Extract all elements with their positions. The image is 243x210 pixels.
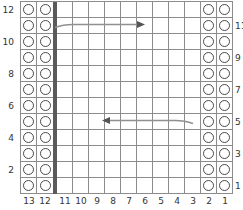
cell-c2-r6 xyxy=(201,98,217,114)
circle-symbol-icon xyxy=(23,132,34,143)
cell-c13-r5 xyxy=(21,114,37,130)
cell-c7-r6 xyxy=(121,98,137,114)
cell-c1-r7 xyxy=(217,82,233,98)
cell-c1-r6 xyxy=(217,98,233,114)
cell-c7-r1 xyxy=(121,178,137,194)
cell-c8-r3 xyxy=(105,146,121,162)
cell-c8-r4 xyxy=(105,130,121,146)
cell-c1-r4 xyxy=(217,130,233,146)
cell-c9-r5 xyxy=(89,114,105,130)
cell-c10-r9 xyxy=(73,50,89,66)
cell-c9-r3 xyxy=(89,146,105,162)
cell-c4-r7 xyxy=(169,82,185,98)
row-label-3: 3 xyxy=(235,146,243,162)
circle-symbol-icon xyxy=(23,20,34,31)
circle-symbol-icon xyxy=(203,52,214,63)
cell-c9-r6 xyxy=(89,98,105,114)
cell-c12-r10 xyxy=(37,34,53,50)
circle-symbol-icon xyxy=(40,116,51,127)
circle-symbol-icon xyxy=(23,68,34,79)
cell-c13-r3 xyxy=(21,146,37,162)
cell-c8-r11 xyxy=(105,18,121,34)
circle-symbol-icon xyxy=(219,52,230,63)
circle-symbol-icon xyxy=(40,148,51,159)
circle-symbol-icon xyxy=(23,148,34,159)
cell-c12-r4 xyxy=(37,130,53,146)
cell-c2-r1 xyxy=(201,178,217,194)
cell-c8-r8 xyxy=(105,66,121,82)
circle-symbol-icon xyxy=(40,36,51,47)
cell-c7-r2 xyxy=(121,162,137,178)
circle-symbol-icon xyxy=(219,180,230,191)
circle-symbol-icon xyxy=(203,116,214,127)
column-label-12: 12 xyxy=(36,195,54,208)
cell-c2-r4 xyxy=(201,130,217,146)
circle-symbol-icon xyxy=(23,116,34,127)
circle-symbol-icon xyxy=(203,180,214,191)
row-label-8: 8 xyxy=(0,66,14,82)
row-label-7: 7 xyxy=(235,82,243,98)
cell-c13-r12 xyxy=(21,2,37,18)
cell-c10-r4 xyxy=(73,130,89,146)
chart-grid xyxy=(20,1,233,194)
cell-c5-r4 xyxy=(153,130,169,146)
cell-c9-r9 xyxy=(89,50,105,66)
circle-symbol-icon xyxy=(219,68,230,79)
cell-c11-r7 xyxy=(57,82,73,98)
cell-c5-r12 xyxy=(153,2,169,18)
circle-symbol-icon xyxy=(219,164,230,175)
cell-c9-r7 xyxy=(89,82,105,98)
cell-c8-r10 xyxy=(105,34,121,50)
row-label-12: 12 xyxy=(0,2,14,18)
cell-c5-r5 xyxy=(153,114,169,130)
cell-c10-r1 xyxy=(73,178,89,194)
column-label-1: 1 xyxy=(216,195,234,208)
circle-symbol-icon xyxy=(219,116,230,127)
cell-c4-r4 xyxy=(169,130,185,146)
knitting-chart: 12108642119753113121110987654321 xyxy=(0,0,243,210)
cell-c10-r2 xyxy=(73,162,89,178)
cell-c8-r12 xyxy=(105,2,121,18)
cell-c7-r7 xyxy=(121,82,137,98)
cell-c7-r11 xyxy=(121,18,137,34)
cell-c1-r8 xyxy=(217,66,233,82)
cell-c13-r9 xyxy=(21,50,37,66)
cell-c3-r5 xyxy=(185,114,201,130)
cell-c3-r12 xyxy=(185,2,201,18)
cell-c2-r12 xyxy=(201,2,217,18)
row-label-5: 5 xyxy=(235,114,243,130)
cell-c13-r10 xyxy=(21,34,37,50)
cell-c13-r7 xyxy=(21,82,37,98)
circle-symbol-icon xyxy=(23,52,34,63)
cell-c1-r12 xyxy=(217,2,233,18)
circle-symbol-icon xyxy=(203,100,214,111)
cell-c12-r1 xyxy=(37,178,53,194)
cell-c1-r2 xyxy=(217,162,233,178)
cell-c8-r1 xyxy=(105,178,121,194)
circle-symbol-icon xyxy=(219,4,230,15)
cell-c1-r3 xyxy=(217,146,233,162)
cell-c2-r9 xyxy=(201,50,217,66)
cell-c12-r9 xyxy=(37,50,53,66)
cell-c4-r10 xyxy=(169,34,185,50)
circle-symbol-icon xyxy=(219,36,230,47)
cell-c4-r8 xyxy=(169,66,185,82)
circle-symbol-icon xyxy=(23,36,34,47)
cell-c4-r9 xyxy=(169,50,185,66)
circle-symbol-icon xyxy=(23,84,34,95)
cell-c9-r4 xyxy=(89,130,105,146)
cell-c12-r2 xyxy=(37,162,53,178)
circle-symbol-icon xyxy=(23,4,34,15)
cell-c3-r11 xyxy=(185,18,201,34)
cell-c5-r6 xyxy=(153,98,169,114)
circle-symbol-icon xyxy=(203,36,214,47)
cell-c13-r6 xyxy=(21,98,37,114)
circle-symbol-icon xyxy=(203,164,214,175)
row-label-11: 11 xyxy=(235,18,243,34)
cell-c11-r6 xyxy=(57,98,73,114)
row-label-10: 10 xyxy=(0,34,14,50)
cell-c6-r2 xyxy=(137,162,153,178)
cell-c9-r11 xyxy=(89,18,105,34)
cell-c10-r7 xyxy=(73,82,89,98)
cell-c4-r11 xyxy=(169,18,185,34)
cell-c10-r6 xyxy=(73,98,89,114)
cell-c6-r1 xyxy=(137,178,153,194)
cell-c7-r4 xyxy=(121,130,137,146)
cell-c4-r2 xyxy=(169,162,185,178)
cell-c6-r12 xyxy=(137,2,153,18)
cell-c3-r7 xyxy=(185,82,201,98)
cell-c3-r4 xyxy=(185,130,201,146)
circle-symbol-icon xyxy=(40,180,51,191)
cell-c13-r4 xyxy=(21,130,37,146)
cell-c6-r4 xyxy=(137,130,153,146)
cell-c5-r11 xyxy=(153,18,169,34)
cell-c7-r9 xyxy=(121,50,137,66)
circle-symbol-icon xyxy=(40,4,51,15)
cell-c1-r1 xyxy=(217,178,233,194)
cell-c13-r8 xyxy=(21,66,37,82)
cell-c7-r10 xyxy=(121,34,137,50)
cell-c12-r12 xyxy=(37,2,53,18)
cell-c12-r6 xyxy=(37,98,53,114)
row-label-4: 4 xyxy=(0,130,14,146)
cell-c7-r5 xyxy=(121,114,137,130)
cell-c12-r11 xyxy=(37,18,53,34)
cell-c12-r3 xyxy=(37,146,53,162)
cell-c10-r3 xyxy=(73,146,89,162)
cell-c6-r8 xyxy=(137,66,153,82)
cell-c11-r8 xyxy=(57,66,73,82)
cell-c9-r1 xyxy=(89,178,105,194)
cell-c5-r7 xyxy=(153,82,169,98)
circle-symbol-icon xyxy=(203,20,214,31)
circle-symbol-icon xyxy=(219,84,230,95)
cell-c2-r8 xyxy=(201,66,217,82)
cell-c4-r12 xyxy=(169,2,185,18)
circle-symbol-icon xyxy=(203,132,214,143)
cell-c11-r3 xyxy=(57,146,73,162)
cell-c2-r2 xyxy=(201,162,217,178)
circle-symbol-icon xyxy=(40,164,51,175)
circle-symbol-icon xyxy=(219,100,230,111)
circle-symbol-icon xyxy=(40,20,51,31)
cell-c6-r11 xyxy=(137,18,153,34)
cell-c2-r3 xyxy=(201,146,217,162)
cell-c10-r12 xyxy=(73,2,89,18)
cell-c10-r8 xyxy=(73,66,89,82)
cell-c13-r11 xyxy=(21,18,37,34)
cell-c9-r2 xyxy=(89,162,105,178)
cell-c2-r11 xyxy=(201,18,217,34)
cell-c3-r10 xyxy=(185,34,201,50)
cell-c11-r1 xyxy=(57,178,73,194)
cell-c9-r12 xyxy=(89,2,105,18)
circle-symbol-icon xyxy=(40,100,51,111)
cell-c12-r5 xyxy=(37,114,53,130)
cell-c8-r9 xyxy=(105,50,121,66)
circle-symbol-icon xyxy=(219,148,230,159)
cell-c7-r3 xyxy=(121,146,137,162)
circle-symbol-icon xyxy=(203,68,214,79)
circle-symbol-icon xyxy=(219,132,230,143)
cell-c4-r1 xyxy=(169,178,185,194)
circle-symbol-icon xyxy=(23,100,34,111)
row-label-2: 2 xyxy=(0,162,14,178)
cell-c5-r8 xyxy=(153,66,169,82)
cell-c11-r9 xyxy=(57,50,73,66)
cell-c6-r6 xyxy=(137,98,153,114)
cell-c10-r11 xyxy=(73,18,89,34)
circle-symbol-icon xyxy=(40,132,51,143)
cell-c9-r8 xyxy=(89,66,105,82)
cell-c1-r10 xyxy=(217,34,233,50)
cell-c5-r10 xyxy=(153,34,169,50)
row-label-9: 9 xyxy=(235,50,243,66)
row-label-1: 1 xyxy=(235,178,243,194)
circle-symbol-icon xyxy=(40,84,51,95)
cell-c5-r3 xyxy=(153,146,169,162)
cell-c4-r3 xyxy=(169,146,185,162)
cell-c4-r5 xyxy=(169,114,185,130)
cell-c12-r8 xyxy=(37,66,53,82)
cell-c6-r9 xyxy=(137,50,153,66)
cell-c5-r2 xyxy=(153,162,169,178)
cell-c8-r6 xyxy=(105,98,121,114)
circle-symbol-icon xyxy=(23,164,34,175)
cell-c10-r10 xyxy=(73,34,89,50)
cell-c4-r6 xyxy=(169,98,185,114)
cell-c8-r2 xyxy=(105,162,121,178)
cell-c2-r5 xyxy=(201,114,217,130)
circle-symbol-icon xyxy=(203,4,214,15)
circle-symbol-icon xyxy=(40,68,51,79)
cell-c7-r12 xyxy=(121,2,137,18)
cell-c11-r12 xyxy=(57,2,73,18)
cell-c12-r7 xyxy=(37,82,53,98)
cell-c3-r6 xyxy=(185,98,201,114)
cell-c11-r5 xyxy=(57,114,73,130)
cell-c2-r7 xyxy=(201,82,217,98)
cell-c1-r5 xyxy=(217,114,233,130)
cell-c10-r5 xyxy=(73,114,89,130)
cell-c8-r5 xyxy=(105,114,121,130)
cell-c3-r9 xyxy=(185,50,201,66)
cell-c3-r2 xyxy=(185,162,201,178)
circle-symbol-icon xyxy=(203,148,214,159)
cell-c3-r3 xyxy=(185,146,201,162)
cell-c1-r11 xyxy=(217,18,233,34)
cell-c9-r10 xyxy=(89,34,105,50)
cell-c3-r8 xyxy=(185,66,201,82)
cell-c3-r1 xyxy=(185,178,201,194)
cell-c6-r5 xyxy=(137,114,153,130)
cell-c6-r3 xyxy=(137,146,153,162)
cell-c2-r10 xyxy=(201,34,217,50)
cell-c7-r8 xyxy=(121,66,137,82)
cell-c13-r1 xyxy=(21,178,37,194)
cell-c6-r7 xyxy=(137,82,153,98)
circle-symbol-icon xyxy=(219,20,230,31)
cell-c6-r10 xyxy=(137,34,153,50)
cell-c5-r1 xyxy=(153,178,169,194)
cell-c11-r10 xyxy=(57,34,73,50)
circle-symbol-icon xyxy=(40,52,51,63)
cell-c8-r7 xyxy=(105,82,121,98)
row-label-6: 6 xyxy=(0,98,14,114)
cell-c1-r9 xyxy=(217,50,233,66)
cell-c11-r2 xyxy=(57,162,73,178)
circle-symbol-icon xyxy=(203,84,214,95)
cell-c5-r9 xyxy=(153,50,169,66)
cell-c11-r11 xyxy=(57,18,73,34)
circle-symbol-icon xyxy=(23,180,34,191)
cell-c13-r2 xyxy=(21,162,37,178)
cell-c11-r4 xyxy=(57,130,73,146)
